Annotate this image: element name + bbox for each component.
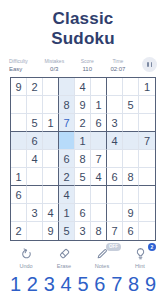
eraser-icon — [58, 247, 71, 260]
cell-r6c9[interactable] — [139, 168, 155, 186]
undo-icon — [20, 247, 33, 260]
cell-r1c6[interactable] — [91, 78, 107, 96]
cell-r4c4[interactable] — [59, 132, 75, 150]
cell-r6c6[interactable]: 4 — [91, 168, 107, 186]
cell-r9c2[interactable] — [27, 222, 43, 240]
cell-r8c9[interactable] — [139, 204, 155, 222]
cell-r8c2[interactable]: 3 — [27, 204, 43, 222]
cell-r5c2[interactable]: 4 — [27, 150, 43, 168]
cell-r7c1[interactable]: 6 — [11, 186, 27, 204]
cell-r3c2[interactable]: 5 — [27, 114, 43, 132]
cell-r6c7[interactable]: 6 — [107, 168, 123, 186]
stat-difficulty: Difficulty Easy — [9, 58, 28, 72]
cell-r1c5[interactable]: 4 — [75, 78, 91, 96]
cell-r1c8[interactable] — [123, 78, 139, 96]
numpad-3[interactable]: 3 — [44, 274, 55, 294]
cell-r5c1[interactable] — [11, 150, 27, 168]
numpad-8[interactable]: 8 — [128, 274, 139, 294]
cell-r3c6[interactable]: 6 — [91, 114, 107, 132]
cell-r2c2[interactable] — [27, 96, 43, 114]
time-label: Time — [112, 58, 123, 64]
cell-r9c1[interactable]: 2 — [11, 222, 27, 240]
stat-mistakes: Mistakes 0/3 — [44, 58, 64, 72]
cell-r4c1[interactable] — [11, 132, 27, 150]
cell-r2c8[interactable]: 5 — [123, 96, 139, 114]
cell-r4c5[interactable]: 1 — [75, 132, 91, 150]
cell-r3c4[interactable]: 7 — [59, 114, 75, 132]
cell-r8c7[interactable] — [107, 204, 123, 222]
time-value: 02:07 — [110, 66, 125, 72]
hint-label: Hint — [135, 263, 145, 269]
cell-r1c4[interactable] — [59, 78, 75, 96]
cell-r8c6[interactable] — [91, 204, 107, 222]
cell-r4c2[interactable]: 6 — [27, 132, 43, 150]
cell-r2c6[interactable]: 1 — [91, 96, 107, 114]
pause-button[interactable] — [142, 57, 157, 72]
sudoku-board[interactable]: 9241891551726361474687125468643416929538… — [10, 77, 156, 241]
cell-r5c3[interactable] — [43, 150, 59, 168]
cell-r7c9[interactable] — [139, 186, 155, 204]
cell-r6c1[interactable]: 1 — [11, 168, 27, 186]
cell-r1c9[interactable]: 1 — [139, 78, 155, 96]
notes-button[interactable]: OFF Notes — [89, 247, 115, 269]
cell-r6c5[interactable]: 5 — [75, 168, 91, 186]
cell-r3c5[interactable]: 2 — [75, 114, 91, 132]
cell-r7c4[interactable]: 4 — [59, 186, 75, 204]
cell-r9c5[interactable]: 3 — [75, 222, 91, 240]
score-label: Score — [81, 58, 94, 64]
erase-label: Erase — [57, 263, 71, 269]
numpad-2[interactable]: 2 — [27, 274, 38, 294]
cell-r9c6[interactable]: 8 — [91, 222, 107, 240]
cell-r2c5[interactable]: 9 — [75, 96, 91, 114]
cell-r9c4[interactable]: 5 — [59, 222, 75, 240]
cell-r6c8[interactable]: 8 — [123, 168, 139, 186]
numpad-9[interactable]: 9 — [145, 274, 156, 294]
numpad-6[interactable]: 6 — [94, 274, 105, 294]
difficulty-value: Easy — [9, 66, 22, 72]
cell-r8c5[interactable]: 6 — [75, 204, 91, 222]
erase-button[interactable]: Erase — [51, 247, 77, 269]
cell-r5c5[interactable]: 8 — [75, 150, 91, 168]
cell-r2c1[interactable] — [11, 96, 27, 114]
cell-r5c8[interactable] — [123, 150, 139, 168]
cell-r4c8[interactable] — [123, 132, 139, 150]
hint-button[interactable]: 2 Hint — [127, 247, 153, 269]
title-line1: Classic — [0, 9, 166, 29]
cell-r9c8[interactable]: 6 — [123, 222, 139, 240]
cell-r8c1[interactable] — [11, 204, 27, 222]
cell-r4c9[interactable]: 7 — [139, 132, 155, 150]
notes-label: Notes — [95, 263, 109, 269]
cell-r9c9[interactable] — [139, 222, 155, 240]
cell-r9c3[interactable]: 9 — [43, 222, 59, 240]
cell-r2c3[interactable] — [43, 96, 59, 114]
cell-r6c4[interactable]: 2 — [59, 168, 75, 186]
cell-r3c7[interactable]: 3 — [107, 114, 123, 132]
lightbulb-icon — [134, 247, 147, 260]
cell-r7c7[interactable] — [107, 186, 123, 204]
undo-button[interactable]: Undo — [13, 247, 39, 269]
numpad: 123456789 — [0, 274, 166, 294]
cell-r8c8[interactable]: 9 — [123, 204, 139, 222]
stat-time: Time 02:07 — [110, 58, 125, 72]
cell-r4c6[interactable] — [91, 132, 107, 150]
cell-r5c4[interactable]: 6 — [59, 150, 75, 168]
cell-r7c5[interactable] — [75, 186, 91, 204]
cell-r5c9[interactable] — [139, 150, 155, 168]
cell-r2c9[interactable] — [139, 96, 155, 114]
pause-icon — [147, 62, 149, 68]
cell-r7c8[interactable] — [123, 186, 139, 204]
hint-count-badge: 2 — [148, 243, 156, 251]
cell-r6c3[interactable] — [43, 168, 59, 186]
undo-label: Undo — [19, 263, 32, 269]
numpad-5[interactable]: 5 — [77, 274, 88, 294]
cell-r2c7[interactable] — [107, 96, 123, 114]
cell-r7c6[interactable] — [91, 186, 107, 204]
toolbar: Undo Erase OFF Notes 2 Hint — [0, 247, 166, 269]
mistakes-value: 0/3 — [50, 66, 58, 72]
cell-r1c7[interactable] — [107, 78, 123, 96]
cell-r3c8[interactable] — [123, 114, 139, 132]
cell-r3c1[interactable] — [11, 114, 27, 132]
cell-r4c3[interactable] — [43, 132, 59, 150]
page-title: Classic Sudoku — [0, 9, 166, 49]
cell-r3c3[interactable]: 1 — [43, 114, 59, 132]
cell-r1c3[interactable] — [43, 78, 59, 96]
notes-off-badge: OFF — [106, 243, 121, 251]
stats-bar: Difficulty Easy Mistakes 0/3 Score 110 T… — [0, 56, 166, 73]
cell-r1c2[interactable]: 2 — [27, 78, 43, 96]
cell-r5c7[interactable] — [107, 150, 123, 168]
cell-r7c2[interactable] — [27, 186, 43, 204]
cell-r2c4[interactable]: 8 — [59, 96, 75, 114]
numpad-4[interactable]: 4 — [61, 274, 72, 294]
title-line2: Sudoku — [0, 29, 166, 49]
score-value: 110 — [82, 66, 92, 72]
cell-r3c9[interactable] — [139, 114, 155, 132]
cell-r4c7[interactable]: 4 — [107, 132, 123, 150]
cell-r9c7[interactable]: 7 — [107, 222, 123, 240]
mistakes-label: Mistakes — [44, 58, 64, 64]
difficulty-label: Difficulty — [9, 58, 28, 64]
cell-r1c1[interactable]: 9 — [11, 78, 27, 96]
stat-score: Score 110 — [81, 58, 94, 72]
cell-r5c6[interactable]: 7 — [91, 150, 107, 168]
cell-r6c2[interactable] — [27, 168, 43, 186]
cell-r7c3[interactable] — [43, 186, 59, 204]
cell-r8c3[interactable]: 4 — [43, 204, 59, 222]
numpad-1[interactable]: 1 — [10, 274, 21, 294]
numpad-7[interactable]: 7 — [111, 274, 122, 294]
cell-r8c4[interactable]: 1 — [59, 204, 75, 222]
